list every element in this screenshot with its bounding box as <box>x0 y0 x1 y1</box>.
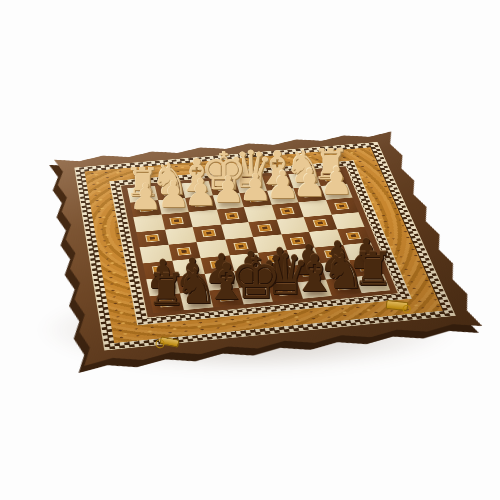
piece-dark-rook-h8[interactable]: ♜ <box>147 268 186 312</box>
piece-white-pawn-h2[interactable]: ♟ <box>129 180 161 216</box>
chess-set-photo: ♜♞♝♛♚♝♞♜♟♟♟♟♟♟♟♟♟♟♟♟♟♟♟♟♜♞♝♛♚♝♞♜ <box>0 0 500 500</box>
